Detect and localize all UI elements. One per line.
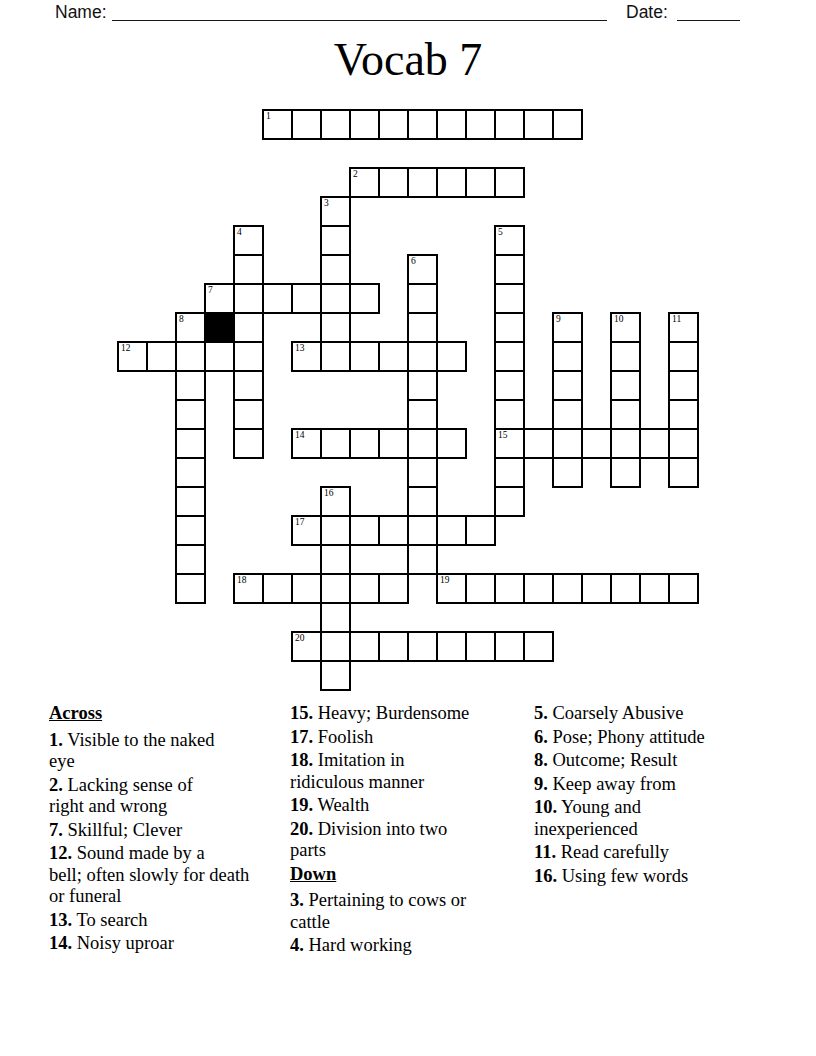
grid-cell-r9c15[interactable] xyxy=(552,370,583,401)
clue-line: 5. Coarsely Abusive xyxy=(534,703,705,725)
clue-line: 14. Noisy uproar xyxy=(49,933,249,955)
grid-cell-r0c8[interactable] xyxy=(349,109,380,140)
clue-number-label: 18. xyxy=(290,750,313,770)
grid-cell-r8c7[interactable] xyxy=(320,341,351,372)
grid-cell-r12c13[interactable] xyxy=(494,457,525,488)
grid-cell-r9c17[interactable] xyxy=(610,370,641,401)
grid-cell-r0c5[interactable]: 1 xyxy=(262,109,293,140)
grid-cell-r12c2[interactable] xyxy=(175,457,206,488)
down-header: Down xyxy=(290,864,469,886)
grid-cell-r6c6[interactable] xyxy=(291,283,322,314)
clue-number-11: 11 xyxy=(672,314,681,325)
grid-cell-r18c8[interactable] xyxy=(349,631,380,662)
grid-cell-r2c10[interactable] xyxy=(407,167,438,198)
grid-cell-r6c3[interactable]: 7 xyxy=(204,283,235,314)
grid-cell-r0c10[interactable] xyxy=(407,109,438,140)
grid-cell-r8c0[interactable]: 12 xyxy=(117,341,148,372)
grid-cell-r0c13[interactable] xyxy=(494,109,525,140)
grid-cell-r16c18[interactable] xyxy=(639,573,670,604)
grid-cell-r16c12[interactable] xyxy=(465,573,496,604)
clue-19: 19. Wealth xyxy=(290,795,469,817)
clue-line: 7. Skillful; Clever xyxy=(49,820,249,842)
grid-cell-r5c13[interactable] xyxy=(494,254,525,285)
grid-cell-r4c7[interactable] xyxy=(320,225,351,256)
grid-cell-r11c9[interactable] xyxy=(378,428,409,459)
grid-cell-r8c19[interactable] xyxy=(668,341,699,372)
grid-cell-r6c8[interactable] xyxy=(349,283,380,314)
grid-cell-r0c12[interactable] xyxy=(465,109,496,140)
grid-cell-r11c8[interactable] xyxy=(349,428,380,459)
grid-cell-r11c15[interactable] xyxy=(552,428,583,459)
grid-cell-r11c4[interactable] xyxy=(233,428,264,459)
grid-cell-r10c19[interactable] xyxy=(668,399,699,430)
clue-10: 10. Young andinexperienced xyxy=(534,797,705,840)
clue-number-label: 19. xyxy=(290,795,313,815)
clue-line: right and wrong xyxy=(49,796,249,818)
grid-cell-r16c5[interactable] xyxy=(262,573,293,604)
grid-cell-r16c6[interactable] xyxy=(291,573,322,604)
grid-cell-r8c4[interactable] xyxy=(233,341,264,372)
clue-17: 17. Foolish xyxy=(290,727,469,749)
clue-number-label: 1. xyxy=(49,730,63,750)
grid-cell-r18c14[interactable] xyxy=(523,631,554,662)
clue-line: ridiculous manner xyxy=(290,772,469,794)
clue-number-17: 17 xyxy=(295,517,305,528)
grid-cell-r16c19[interactable] xyxy=(668,573,699,604)
grid-cell-r8c6[interactable]: 13 xyxy=(291,341,322,372)
clue-line: inexperienced xyxy=(534,819,705,841)
grid-cell-r8c3[interactable] xyxy=(204,341,235,372)
clue-column-1: 15. Heavy; Burdensome17. Foolish18. Imit… xyxy=(290,703,469,959)
grid-cell-r8c8[interactable] xyxy=(349,341,380,372)
clue-number-20: 20 xyxy=(295,633,305,644)
grid-cell-r14c7[interactable] xyxy=(320,515,351,546)
clue-2: 2. Lacking sense ofright and wrong xyxy=(49,775,249,818)
clue-column-2: 5. Coarsely Abusive6. Pose; Phony attitu… xyxy=(534,703,705,889)
clue-line: 9. Keep away from xyxy=(534,774,705,796)
grid-cell-r0c14[interactable] xyxy=(523,109,554,140)
grid-cell-r18c9[interactable] xyxy=(378,631,409,662)
grid-cell-r14c10[interactable] xyxy=(407,515,438,546)
grid-cell-r14c8[interactable] xyxy=(349,515,380,546)
grid-cell-r11c7[interactable] xyxy=(320,428,351,459)
grid-cell-r14c6[interactable]: 17 xyxy=(291,515,322,546)
grid-cell-r8c15[interactable] xyxy=(552,341,583,372)
grid-cell-r7c2[interactable]: 8 xyxy=(175,312,206,343)
clue-13: 13. To search xyxy=(49,910,249,932)
worksheet-page: Name: Date: Vocab 7 12345678910111213141… xyxy=(0,0,816,1056)
grid-cell-r7c4[interactable] xyxy=(233,312,264,343)
grid-cell-r18c12[interactable] xyxy=(465,631,496,662)
grid-cell-r9c2[interactable] xyxy=(175,370,206,401)
grid-cell-r0c9[interactable] xyxy=(378,109,409,140)
grid-cell-r7c17[interactable]: 10 xyxy=(610,312,641,343)
clue-line: 20. Division into two xyxy=(290,819,469,841)
grid-cell-r15c10[interactable] xyxy=(407,544,438,575)
grid-cell-r16c8[interactable] xyxy=(349,573,380,604)
clue-line: 6. Pose; Phony attitude xyxy=(534,727,705,749)
clue-18: 18. Imitation inridiculous manner xyxy=(290,750,469,793)
clue-number-label: 9. xyxy=(534,774,548,794)
clue-11: 11. Read carefully xyxy=(534,842,705,864)
grid-cell-r19c7[interactable] xyxy=(320,660,351,691)
clue-number-label: 7. xyxy=(49,820,63,840)
clue-number-13: 13 xyxy=(295,343,305,354)
grid-cell-r7c7[interactable] xyxy=(320,312,351,343)
grid-cell-r5c7[interactable] xyxy=(320,254,351,285)
clue-line: 18. Imitation in xyxy=(290,750,469,772)
grid-cell-r11c17[interactable] xyxy=(610,428,641,459)
grid-cell-r11c16[interactable] xyxy=(581,428,612,459)
clue-line: 4. Hard working xyxy=(290,935,469,957)
clue-line: eye xyxy=(49,751,249,773)
clue-16: 16. Using few words xyxy=(534,866,705,888)
grid-cell-r4c4[interactable]: 4 xyxy=(233,225,264,256)
grid-cell-r14c12[interactable] xyxy=(465,515,496,546)
grid-cell-r0c7[interactable] xyxy=(320,109,351,140)
grid-cell-r7c19[interactable]: 11 xyxy=(668,312,699,343)
clue-number-7: 7 xyxy=(208,285,213,296)
grid-cell-r7c15[interactable]: 9 xyxy=(552,312,583,343)
grid-cell-r2c8[interactable]: 2 xyxy=(349,167,380,198)
clue-number-label: 3. xyxy=(290,890,304,910)
clue-number-label: 11. xyxy=(534,842,556,862)
clue-line: cattle xyxy=(290,912,469,934)
clue-line: 12. Sound made by a xyxy=(49,843,249,865)
grid-cell-r18c11[interactable] xyxy=(436,631,467,662)
grid-cell-r8c2[interactable] xyxy=(175,341,206,372)
clue-number-label: 17. xyxy=(290,727,313,747)
clue-12: 12. Sound made by abell; often slowly fo… xyxy=(49,843,249,908)
grid-cell-r14c2[interactable] xyxy=(175,515,206,546)
grid-cell-r11c13[interactable]: 15 xyxy=(494,428,525,459)
grid-cell-r0c6[interactable] xyxy=(291,109,322,140)
grid-cell-r6c13[interactable] xyxy=(494,283,525,314)
date-label: Date: xyxy=(626,2,668,22)
grid-cell-r14c9[interactable] xyxy=(378,515,409,546)
grid-cell-r3c7[interactable]: 3 xyxy=(320,196,351,227)
grid-cell-r13c13[interactable] xyxy=(494,486,525,517)
clue-line: 19. Wealth xyxy=(290,795,469,817)
clue-number-label: 20. xyxy=(290,819,313,839)
grid-cell-r7c13[interactable] xyxy=(494,312,525,343)
clue-4: 4. Hard working xyxy=(290,935,469,957)
clue-line: 15. Heavy; Burdensome xyxy=(290,703,469,725)
clue-line: 3. Pertaining to cows or xyxy=(290,890,469,912)
grid-cell-r10c13[interactable] xyxy=(494,399,525,430)
grid-cell-r16c17[interactable] xyxy=(610,573,641,604)
clue-line: 16. Using few words xyxy=(534,866,705,888)
clue-line: parts xyxy=(290,840,469,862)
clue-line: 10. Young and xyxy=(534,797,705,819)
clue-number-15: 15 xyxy=(498,430,508,441)
clue-14: 14. Noisy uproar xyxy=(49,933,249,955)
grid-cell-r13c7[interactable]: 16 xyxy=(320,486,351,517)
grid-cell-r9c10[interactable] xyxy=(407,370,438,401)
clue-5: 5. Coarsely Abusive xyxy=(534,703,705,725)
grid-cell-r2c13[interactable] xyxy=(494,167,525,198)
clue-number-label: 16. xyxy=(534,866,557,886)
grid-cell-r10c4[interactable] xyxy=(233,399,264,430)
clue-number-label: 12. xyxy=(49,843,72,863)
clue-column-0: Across1. Visible to the nakedeye2. Lacki… xyxy=(49,703,249,957)
grid-cell-r16c9[interactable] xyxy=(378,573,409,604)
clue-number-2: 2 xyxy=(353,169,358,180)
grid-cell-r13c10[interactable] xyxy=(407,486,438,517)
clue-number-16: 16 xyxy=(324,488,334,499)
grid-cell-r18c10[interactable] xyxy=(407,631,438,662)
grid-cell-r18c13[interactable] xyxy=(494,631,525,662)
clue-line: 1. Visible to the naked xyxy=(49,730,249,752)
clue-number-label: 8. xyxy=(534,750,548,770)
clue-number-12: 12 xyxy=(121,343,131,354)
grid-cell-r9c13[interactable] xyxy=(494,370,525,401)
clue-number-19: 19 xyxy=(440,575,450,586)
clue-number-label: 2. xyxy=(49,775,63,795)
grid-cell-r10c10[interactable] xyxy=(407,399,438,430)
grid-cell-r12c19[interactable] xyxy=(668,457,699,488)
clue-20: 20. Division into twoparts xyxy=(290,819,469,862)
name-label: Name: xyxy=(55,2,107,22)
clue-number-14: 14 xyxy=(295,430,305,441)
clue-line: bell; often slowly for death xyxy=(49,865,249,887)
grid-cell-r16c14[interactable] xyxy=(523,573,554,604)
grid-cell-r18c7[interactable] xyxy=(320,631,351,662)
grid-cell-r8c11[interactable] xyxy=(436,341,467,372)
grid-cell-r11c19[interactable] xyxy=(668,428,699,459)
clue-number-3: 3 xyxy=(324,198,329,209)
grid-cell-r7c10[interactable] xyxy=(407,312,438,343)
grid-cell-r6c5[interactable] xyxy=(262,283,293,314)
grid-cell-r18c6[interactable]: 20 xyxy=(291,631,322,662)
grid-cell-r12c17[interactable] xyxy=(610,457,641,488)
grid-cell-r8c13[interactable] xyxy=(494,341,525,372)
grid-cell-r8c1[interactable] xyxy=(146,341,177,372)
clue-number-18: 18 xyxy=(237,575,247,586)
clue-number-4: 4 xyxy=(237,227,242,238)
clue-1: 1. Visible to the nakedeye xyxy=(49,730,249,773)
grid-cell-r17c7[interactable] xyxy=(320,602,351,633)
clue-line: 2. Lacking sense of xyxy=(49,775,249,797)
grid-cell-r9c4[interactable] xyxy=(233,370,264,401)
grid-cell-r15c7[interactable] xyxy=(320,544,351,575)
page-title: Vocab 7 xyxy=(0,34,816,86)
grid-cell-r8c17[interactable] xyxy=(610,341,641,372)
grid-cell-r8c10[interactable] xyxy=(407,341,438,372)
grid-cell-r15c2[interactable] xyxy=(175,544,206,575)
clue-number-label: 10. xyxy=(534,797,557,817)
grid-cell-r16c13[interactable] xyxy=(494,573,525,604)
clue-3: 3. Pertaining to cows orcattle xyxy=(290,890,469,933)
grid-cell-r16c7[interactable] xyxy=(320,573,351,604)
grid-cell-r16c2[interactable] xyxy=(175,573,206,604)
clue-line: 8. Outcome; Result xyxy=(534,750,705,772)
clue-15: 15. Heavy; Burdensome xyxy=(290,703,469,725)
grid-cell-r16c11[interactable]: 19 xyxy=(436,573,467,604)
clue-number-8: 8 xyxy=(179,314,184,325)
grid-cell-r16c4[interactable]: 18 xyxy=(233,573,264,604)
name-input-line[interactable] xyxy=(112,20,607,21)
clue-number-6: 6 xyxy=(411,256,416,267)
grid-cell-r10c17[interactable] xyxy=(610,399,641,430)
grid-cell-r8c9[interactable] xyxy=(378,341,409,372)
grid-cell-r0c15[interactable] xyxy=(552,109,583,140)
grid-cell-r14c11[interactable] xyxy=(436,515,467,546)
grid-cell-r12c10[interactable] xyxy=(407,457,438,488)
grid-cell-r6c7[interactable] xyxy=(320,283,351,314)
clue-number-1: 1 xyxy=(266,111,271,122)
grid-cell-r2c12[interactable] xyxy=(465,167,496,198)
across-header: Across xyxy=(49,703,249,725)
grid-cell-r5c4[interactable] xyxy=(233,254,264,285)
grid-cell-r11c18[interactable] xyxy=(639,428,670,459)
clue-number-label: 15. xyxy=(290,703,313,723)
grid-cell-r2c11[interactable] xyxy=(436,167,467,198)
grid-cell-r11c11[interactable] xyxy=(436,428,467,459)
grid-cell-r6c4[interactable] xyxy=(233,283,264,314)
clue-number-5: 5 xyxy=(498,227,503,238)
clue-number-9: 9 xyxy=(556,314,561,325)
grid-cell-r16c15[interactable] xyxy=(552,573,583,604)
grid-cell-r16c16[interactable] xyxy=(581,573,612,604)
clue-number-label: 5. xyxy=(534,703,548,723)
grid-cell-r11c6[interactable]: 14 xyxy=(291,428,322,459)
clue-9: 9. Keep away from xyxy=(534,774,705,796)
grid-cell-r2c9[interactable] xyxy=(378,167,409,198)
clue-number-label: 14. xyxy=(49,933,72,953)
clue-7: 7. Skillful; Clever xyxy=(49,820,249,842)
grid-cell-r10c15[interactable] xyxy=(552,399,583,430)
grid-cell-r13c2[interactable] xyxy=(175,486,206,517)
date-input-line[interactable] xyxy=(677,20,740,21)
clue-line: or funeral xyxy=(49,886,249,908)
clue-number-label: 4. xyxy=(290,935,304,955)
clue-line: 13. To search xyxy=(49,910,249,932)
clue-8: 8. Outcome; Result xyxy=(534,750,705,772)
clue-line: 11. Read carefully xyxy=(534,842,705,864)
grid-cell-r11c10[interactable] xyxy=(407,428,438,459)
clue-line: 17. Foolish xyxy=(290,727,469,749)
clue-number-10: 10 xyxy=(614,314,624,325)
grid-cell-r5c10[interactable]: 6 xyxy=(407,254,438,285)
clue-number-label: 13. xyxy=(49,910,72,930)
grid-cell-r6c10[interactable] xyxy=(407,283,438,314)
grid-cell-r12c15[interactable] xyxy=(552,457,583,488)
grid-cell-r11c2[interactable] xyxy=(175,428,206,459)
clue-number-label: 6. xyxy=(534,727,548,747)
grid-black-cell-r7c3 xyxy=(204,312,235,343)
clue-section: Across1. Visible to the nakedeye2. Lacki… xyxy=(0,703,816,1056)
grid-cell-r11c14[interactable] xyxy=(523,428,554,459)
grid-cell-r4c13[interactable]: 5 xyxy=(494,225,525,256)
grid-cell-r10c2[interactable] xyxy=(175,399,206,430)
grid-cell-r9c19[interactable] xyxy=(668,370,699,401)
clue-6: 6. Pose; Phony attitude xyxy=(534,727,705,749)
grid-cell-r0c11[interactable] xyxy=(436,109,467,140)
crossword-grid: 1234567891011121314151617181920 xyxy=(117,109,699,692)
